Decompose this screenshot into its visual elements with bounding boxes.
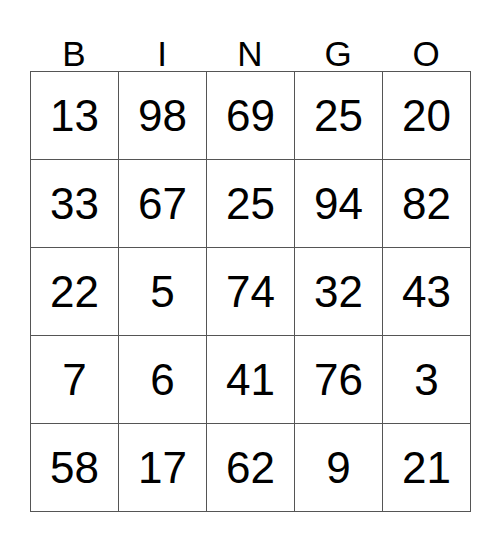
bingo-grid: 13 98 69 25 20 33 67 25 94 82 22 5 74 32… [30, 71, 471, 512]
cell-r1c4[interactable]: 82 [383, 160, 471, 248]
bingo-header: B I N G O [30, 0, 470, 71]
cell-r2c4[interactable]: 43 [383, 248, 471, 336]
cell-r3c0[interactable]: 7 [31, 336, 119, 424]
cell-r1c2[interactable]: 25 [207, 160, 295, 248]
cell-r3c1[interactable]: 6 [119, 336, 207, 424]
cell-r1c0[interactable]: 33 [31, 160, 119, 248]
column-letter-o: O [382, 0, 470, 71]
column-letter-i: I [118, 0, 206, 71]
cell-r4c1[interactable]: 17 [119, 424, 207, 512]
column-letter-n: N [206, 0, 294, 71]
cell-r0c1[interactable]: 98 [119, 72, 207, 160]
cell-r4c2[interactable]: 62 [207, 424, 295, 512]
cell-r2c3[interactable]: 32 [295, 248, 383, 336]
column-letter-b: B [30, 0, 118, 71]
cell-r3c2[interactable]: 41 [207, 336, 295, 424]
cell-r0c0[interactable]: 13 [31, 72, 119, 160]
bingo-card: B I N G O 13 98 69 25 20 33 67 25 94 82 … [30, 0, 470, 512]
cell-r4c0[interactable]: 58 [31, 424, 119, 512]
cell-r3c4[interactable]: 3 [383, 336, 471, 424]
cell-r3c3[interactable]: 76 [295, 336, 383, 424]
cell-r2c1[interactable]: 5 [119, 248, 207, 336]
cell-r1c3[interactable]: 94 [295, 160, 383, 248]
cell-r4c3[interactable]: 9 [295, 424, 383, 512]
cell-r0c2[interactable]: 69 [207, 72, 295, 160]
cell-r2c0[interactable]: 22 [31, 248, 119, 336]
cell-r4c4[interactable]: 21 [383, 424, 471, 512]
cell-r0c4[interactable]: 20 [383, 72, 471, 160]
cell-r2c2[interactable]: 74 [207, 248, 295, 336]
cell-r1c1[interactable]: 67 [119, 160, 207, 248]
column-letter-g: G [294, 0, 382, 71]
cell-r0c3[interactable]: 25 [295, 72, 383, 160]
bingo-page: B I N G O 13 98 69 25 20 33 67 25 94 82 … [0, 0, 500, 544]
